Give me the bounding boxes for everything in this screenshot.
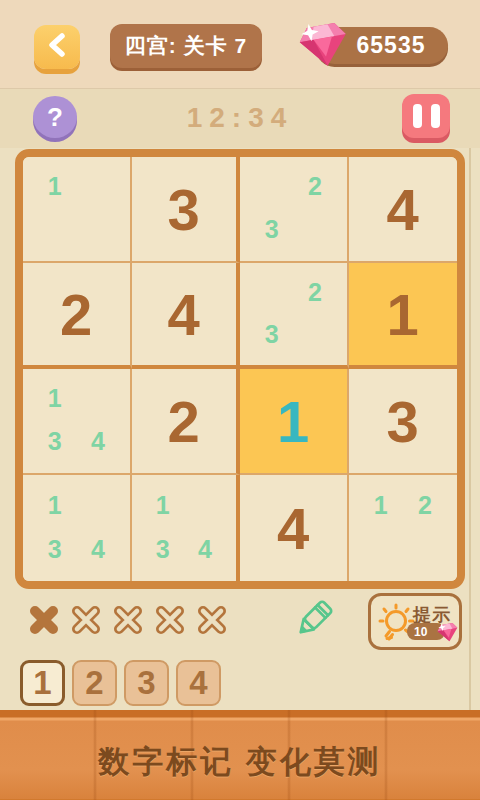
cell-r1c1[interactable]: 4 [132, 263, 241, 369]
cell-r0c0[interactable]: 1 [23, 157, 132, 263]
pencil-mark-4 [293, 313, 336, 355]
back-button[interactable] [34, 25, 80, 69]
given-digit: 4 [240, 475, 347, 581]
number-button-1[interactable]: 1 [20, 660, 65, 706]
paper-crease [469, 148, 471, 710]
pencil-mark-3: 3 [142, 527, 184, 571]
cell-r1c2[interactable]: 23 [240, 263, 349, 369]
back-chevron-icon [46, 32, 68, 62]
pencil-mark-1: 1 [359, 483, 403, 527]
cell-r3c3[interactable]: 12 [349, 475, 458, 581]
pencil-mark-1: 1 [142, 483, 184, 527]
level-title-label: 四宫: 关卡 7 [125, 32, 247, 60]
pencil-mark-2: 2 [293, 165, 336, 208]
cell-r3c2[interactable]: 4 [240, 475, 349, 581]
pencil-mark-3: 3 [250, 313, 293, 355]
mistake-x-empty-icon [68, 601, 104, 643]
pencil-mark-2: 2 [293, 271, 336, 313]
mistake-counter [26, 601, 230, 643]
given-digit: 2 [132, 369, 237, 473]
pencil-mark-2 [184, 483, 226, 527]
cell-r2c3[interactable]: 3 [349, 369, 458, 475]
pencil-marks: 134 [33, 483, 120, 571]
pencil-mark-2 [76, 377, 119, 420]
cell-r1c0[interactable]: 2 [23, 263, 132, 369]
gem-count: 65535 [357, 32, 426, 59]
pause-button[interactable] [402, 94, 450, 138]
cell-r0c1[interactable]: 3 [132, 157, 241, 263]
pencil-mark-1: 1 [33, 377, 76, 420]
given-digit: 2 [23, 263, 130, 365]
user-digit: 1 [240, 369, 347, 473]
pause-icon [431, 104, 440, 128]
pencil-marks: 134 [33, 377, 120, 463]
pencil-mark-3: 3 [250, 208, 293, 251]
hint-button[interactable]: 提示 10 [368, 593, 462, 650]
cell-r3c0[interactable]: 134 [23, 475, 132, 581]
pencil-mark-1: 1 [33, 483, 76, 527]
pencil-mark-3 [359, 527, 403, 571]
pencil-mark-1 [250, 165, 293, 208]
pencil-marks: 12 [359, 483, 448, 571]
pencil-marks: 134 [142, 483, 227, 571]
given-digit: 4 [132, 263, 237, 365]
pencil-mark-1 [250, 271, 293, 313]
sudoku-app: 四宫: 关卡 7 65535 ? 12:34 [0, 0, 480, 800]
gem-icon [296, 18, 352, 72]
level-title: 四宫: 关卡 7 [110, 24, 262, 68]
pencil-marks: 1 [33, 165, 120, 251]
pencil-mark-2 [76, 165, 119, 208]
cell-r0c2[interactable]: 23 [240, 157, 349, 263]
pencil-mark-4: 4 [184, 527, 226, 571]
bottom-banner: 数字标记 变化莫测 [0, 710, 480, 800]
number-button-2[interactable]: 2 [72, 660, 117, 706]
pencil-mark-1: 1 [33, 165, 76, 208]
given-digit: 3 [132, 157, 237, 261]
pencil-mark-4 [403, 527, 447, 571]
cell-r2c0[interactable]: 134 [23, 369, 132, 475]
top-bar: 四宫: 关卡 7 65535 [0, 0, 480, 89]
number-button-3[interactable]: 3 [124, 660, 169, 706]
pencil-mark-2 [76, 483, 119, 527]
status-bar: ? 12:34 [0, 89, 480, 148]
board: 1323424231134213134134412 [15, 149, 465, 589]
given-digit: 4 [349, 157, 458, 261]
number-button-4[interactable]: 4 [176, 660, 221, 706]
pencil-mark-4 [293, 208, 336, 251]
pencil-mark-4: 4 [76, 420, 119, 463]
mistake-x-empty-icon [152, 601, 188, 643]
pencil-marks: 23 [250, 271, 337, 355]
pencil-mark-3: 3 [33, 420, 76, 463]
cell-r2c1[interactable]: 2 [132, 369, 241, 475]
number-pad: 1234 [20, 660, 221, 706]
hint-cost: 10 [414, 625, 427, 639]
banner-text: 数字标记 变化莫测 [0, 741, 480, 783]
pencil-mark-2: 2 [403, 483, 447, 527]
pencil-mode-button[interactable] [290, 595, 338, 643]
pencil-mark-4: 4 [76, 527, 119, 571]
cell-r1c3[interactable]: 1 [349, 263, 458, 369]
mistake-x-filled-icon [26, 601, 62, 643]
pencil-marks: 23 [250, 165, 337, 251]
given-digit: 1 [349, 263, 458, 365]
mistake-x-empty-icon [194, 601, 230, 643]
given-digit: 3 [349, 369, 458, 473]
pause-icon [413, 104, 422, 128]
mistake-x-empty-icon [110, 601, 146, 643]
pencil-icon [290, 629, 338, 646]
cell-r2c2[interactable]: 1 [240, 369, 349, 475]
cell-r0c3[interactable]: 4 [349, 157, 458, 263]
cell-r3c1[interactable]: 134 [132, 475, 241, 581]
pencil-mark-3 [33, 208, 76, 251]
pencil-mark-4 [76, 208, 119, 251]
hint-gem-icon [436, 621, 460, 644]
pencil-mark-3: 3 [33, 527, 76, 571]
